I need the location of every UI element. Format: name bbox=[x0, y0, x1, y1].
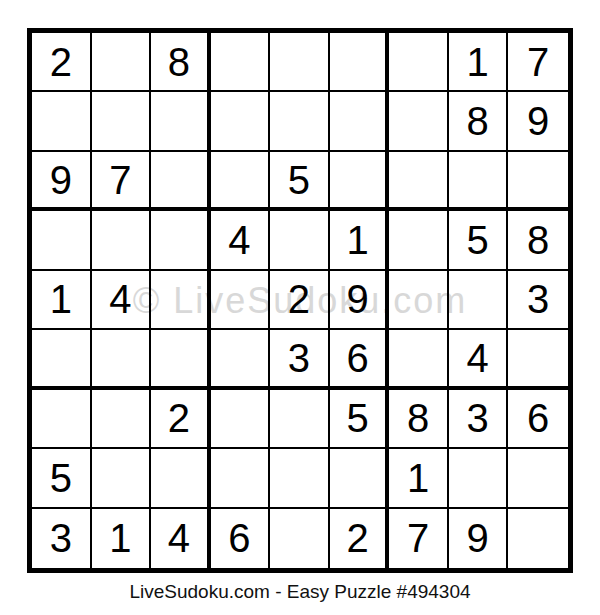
cell-r7c7: 8 bbox=[389, 390, 449, 449]
cell-r9c3: 4 bbox=[151, 509, 211, 568]
cell-r5c1: 1 bbox=[32, 271, 92, 330]
cell-r1c3: 8 bbox=[151, 33, 211, 92]
cell-r7c4 bbox=[211, 390, 271, 449]
cell-r4c8: 5 bbox=[449, 211, 509, 270]
cell-r3c8 bbox=[449, 152, 509, 211]
cell-r1c5 bbox=[270, 33, 330, 92]
cell-r8c3 bbox=[151, 449, 211, 508]
cell-r5c8 bbox=[449, 271, 509, 330]
cell-r4c4: 4 bbox=[211, 211, 271, 270]
caption: LiveSudoku.com - Easy Puzzle #494304 bbox=[0, 581, 600, 603]
cell-r8c5 bbox=[270, 449, 330, 508]
cell-r3c5: 5 bbox=[270, 152, 330, 211]
cell-r5c4 bbox=[211, 271, 271, 330]
cell-r9c4: 6 bbox=[211, 509, 271, 568]
cell-r5c6: 9 bbox=[330, 271, 390, 330]
cell-r3c2: 7 bbox=[92, 152, 152, 211]
cell-r9c6: 2 bbox=[330, 509, 390, 568]
cell-r6c4 bbox=[211, 330, 271, 389]
cell-r5c7 bbox=[389, 271, 449, 330]
cell-r4c5 bbox=[270, 211, 330, 270]
cell-r9c7: 7 bbox=[389, 509, 449, 568]
cell-r6c1 bbox=[32, 330, 92, 389]
cell-r2c6 bbox=[330, 92, 390, 151]
cell-r2c8: 8 bbox=[449, 92, 509, 151]
cell-r8c8 bbox=[449, 449, 509, 508]
cell-r6c6: 6 bbox=[330, 330, 390, 389]
cell-r5c2: 4 bbox=[92, 271, 152, 330]
cell-r9c8: 9 bbox=[449, 509, 509, 568]
cell-r2c2 bbox=[92, 92, 152, 151]
cell-r6c8: 4 bbox=[449, 330, 509, 389]
cell-r5c9: 3 bbox=[508, 271, 568, 330]
cell-r1c9: 7 bbox=[508, 33, 568, 92]
cell-r2c1 bbox=[32, 92, 92, 151]
cell-r7c6: 5 bbox=[330, 390, 390, 449]
cell-r9c9 bbox=[508, 509, 568, 568]
cell-r6c7 bbox=[389, 330, 449, 389]
page: 28178997541581429336425836513146279 © Li… bbox=[0, 0, 600, 615]
cell-r6c9 bbox=[508, 330, 568, 389]
cell-r5c3 bbox=[151, 271, 211, 330]
cell-r2c5 bbox=[270, 92, 330, 151]
cell-r3c7 bbox=[389, 152, 449, 211]
cell-r2c3 bbox=[151, 92, 211, 151]
cell-r9c2: 1 bbox=[92, 509, 152, 568]
cell-r7c5 bbox=[270, 390, 330, 449]
cell-r2c4 bbox=[211, 92, 271, 151]
cell-r1c8: 1 bbox=[449, 33, 509, 92]
cell-r4c9: 8 bbox=[508, 211, 568, 270]
cell-r1c1: 2 bbox=[32, 33, 92, 92]
cell-r7c3: 2 bbox=[151, 390, 211, 449]
cell-r3c9 bbox=[508, 152, 568, 211]
cell-r6c5: 3 bbox=[270, 330, 330, 389]
cell-r3c6 bbox=[330, 152, 390, 211]
cell-r4c7 bbox=[389, 211, 449, 270]
cell-r9c1: 3 bbox=[32, 509, 92, 568]
cell-r6c2 bbox=[92, 330, 152, 389]
cell-r8c4 bbox=[211, 449, 271, 508]
cell-r7c9: 6 bbox=[508, 390, 568, 449]
cell-r6c3 bbox=[151, 330, 211, 389]
cell-r4c3 bbox=[151, 211, 211, 270]
sudoku-board: 28178997541581429336425836513146279 bbox=[27, 28, 573, 573]
cell-r8c1: 5 bbox=[32, 449, 92, 508]
cell-r8c6 bbox=[330, 449, 390, 508]
cell-r2c7 bbox=[389, 92, 449, 151]
cell-r8c9 bbox=[508, 449, 568, 508]
cell-r1c7 bbox=[389, 33, 449, 92]
cell-r3c1: 9 bbox=[32, 152, 92, 211]
cell-r8c2 bbox=[92, 449, 152, 508]
cell-r7c8: 3 bbox=[449, 390, 509, 449]
cell-r2c9: 9 bbox=[508, 92, 568, 151]
cell-r1c4 bbox=[211, 33, 271, 92]
cell-r4c6: 1 bbox=[330, 211, 390, 270]
cell-r3c4 bbox=[211, 152, 271, 211]
cell-r3c3 bbox=[151, 152, 211, 211]
cell-r8c7: 1 bbox=[389, 449, 449, 508]
cell-r9c5 bbox=[270, 509, 330, 568]
cell-r7c1 bbox=[32, 390, 92, 449]
cell-r7c2 bbox=[92, 390, 152, 449]
cell-r4c2 bbox=[92, 211, 152, 270]
cell-r4c1 bbox=[32, 211, 92, 270]
cell-r1c6 bbox=[330, 33, 390, 92]
cell-r5c5: 2 bbox=[270, 271, 330, 330]
cell-r1c2 bbox=[92, 33, 152, 92]
